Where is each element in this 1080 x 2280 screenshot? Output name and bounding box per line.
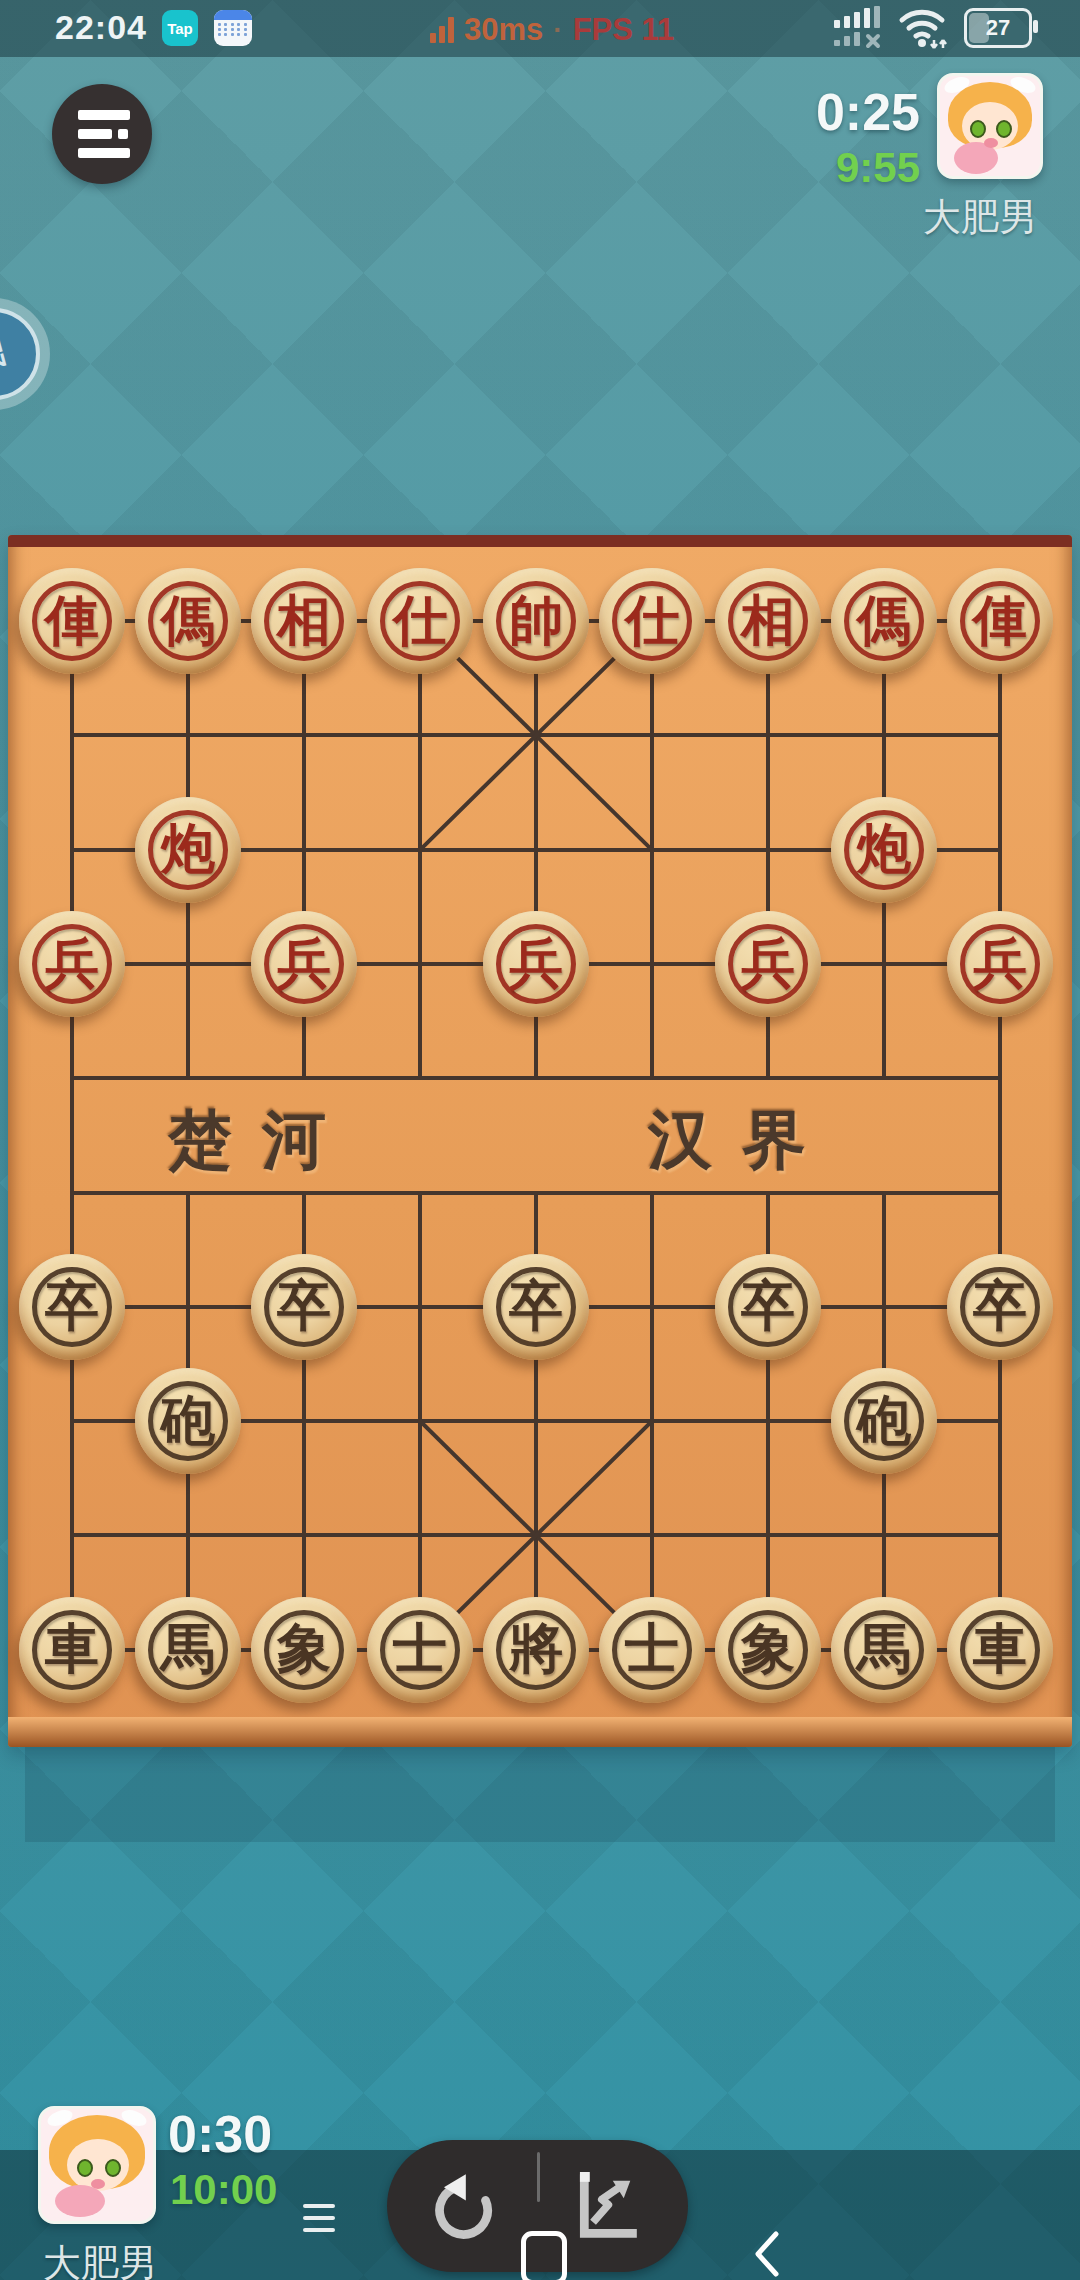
piece-character: 帥 bbox=[483, 568, 589, 674]
piece-red-仕[interactable]: 仕 bbox=[599, 568, 705, 674]
piece-character: 兵 bbox=[483, 911, 589, 1017]
piece-red-炮[interactable]: 炮 bbox=[135, 797, 241, 903]
piece-character: 仕 bbox=[599, 568, 705, 674]
piece-character: 卒 bbox=[947, 1254, 1053, 1360]
player-avatar[interactable] bbox=[38, 2106, 156, 2224]
piece-black-砲[interactable]: 砲 bbox=[135, 1368, 241, 1474]
nav-recents-button[interactable] bbox=[303, 2204, 335, 2240]
piece-black-卒[interactable]: 卒 bbox=[947, 1254, 1053, 1360]
opponent-bank-timer: 9:55 bbox=[700, 144, 920, 192]
ping-value: 30ms bbox=[464, 12, 543, 48]
piece-character: 俥 bbox=[947, 568, 1053, 674]
piece-character: 卒 bbox=[251, 1254, 357, 1360]
piece-character: 砲 bbox=[831, 1368, 937, 1474]
player-bank-timer: 10:00 bbox=[170, 2166, 277, 2214]
piece-character: 炮 bbox=[135, 797, 241, 903]
piece-character: 砲 bbox=[135, 1368, 241, 1474]
piece-red-炮[interactable]: 炮 bbox=[831, 797, 937, 903]
avatar-mouth bbox=[91, 2179, 105, 2189]
piece-red-相[interactable]: 相 bbox=[715, 568, 821, 674]
menu-icon-bottom bbox=[78, 148, 130, 158]
piece-character: 俥 bbox=[19, 568, 125, 674]
piece-black-將[interactable]: 將 bbox=[483, 1597, 589, 1703]
board-pieces[interactable]: 俥傌相仕帥仕相傌俥炮炮兵兵兵兵兵卒卒卒卒卒砲砲車馬象士將士象馬車 bbox=[14, 564, 1058, 1707]
keyboard-icon-top bbox=[214, 10, 252, 20]
piece-character: 馬 bbox=[135, 1597, 241, 1703]
piece-character: 炮 bbox=[831, 797, 937, 903]
piece-black-卒[interactable]: 卒 bbox=[251, 1254, 357, 1360]
nav-back-button[interactable] bbox=[752, 2230, 780, 2278]
undo-button[interactable] bbox=[433, 2172, 503, 2242]
piece-character: 相 bbox=[251, 568, 357, 674]
piece-black-象[interactable]: 象 bbox=[715, 1597, 821, 1703]
bubble-inner: 22 bbox=[0, 308, 40, 400]
piece-red-俥[interactable]: 俥 bbox=[947, 568, 1053, 674]
keyboard-app-icon bbox=[214, 10, 252, 46]
battery-icon: 27 bbox=[964, 8, 1032, 48]
recents-icon bbox=[303, 2204, 335, 2208]
piece-character: 傌 bbox=[831, 568, 937, 674]
piece-red-仕[interactable]: 仕 bbox=[367, 568, 473, 674]
piece-character: 兵 bbox=[251, 911, 357, 1017]
avatar-eye-left bbox=[77, 2159, 93, 2177]
battery-percent: 27 bbox=[986, 15, 1010, 41]
ping-bars-icon bbox=[430, 17, 454, 43]
piece-black-馬[interactable]: 馬 bbox=[135, 1597, 241, 1703]
piece-character: 兵 bbox=[19, 911, 125, 1017]
board-front-edge bbox=[8, 1717, 1072, 1747]
piece-character: 卒 bbox=[483, 1254, 589, 1360]
piece-character: 卒 bbox=[19, 1254, 125, 1360]
fps-value: FPS 11 bbox=[573, 12, 675, 48]
piece-red-俥[interactable]: 俥 bbox=[19, 568, 125, 674]
avatar-eye-left bbox=[970, 120, 986, 138]
pill-divider bbox=[537, 2152, 540, 2202]
move-list-button[interactable] bbox=[569, 2172, 639, 2242]
piece-character: 仕 bbox=[367, 568, 473, 674]
piece-character: 士 bbox=[367, 1597, 473, 1703]
piece-black-士[interactable]: 士 bbox=[599, 1597, 705, 1703]
piece-character: 車 bbox=[947, 1597, 1053, 1703]
game-screen: 22:04 Tap 30ms · FPS 11 bbox=[0, 0, 1080, 2280]
piece-red-兵[interactable]: 兵 bbox=[483, 911, 589, 1017]
piece-character: 車 bbox=[19, 1597, 125, 1703]
board-shadow bbox=[25, 1747, 1055, 1842]
piece-black-卒[interactable]: 卒 bbox=[715, 1254, 821, 1360]
opponent-name: 大肥男 bbox=[900, 192, 1060, 243]
wifi-icon bbox=[898, 6, 950, 50]
piece-black-馬[interactable]: 馬 bbox=[831, 1597, 937, 1703]
status-bar: 22:04 Tap 30ms · FPS 11 bbox=[0, 0, 1080, 57]
piece-character: 相 bbox=[715, 568, 821, 674]
piece-red-帥[interactable]: 帥 bbox=[483, 568, 589, 674]
xiangqi-board[interactable]: 楚河 汉界 俥傌相仕帥仕相傌俥炮炮兵兵兵兵兵卒卒卒卒卒砲砲車馬象士將士象馬車 bbox=[8, 535, 1072, 1747]
player-name: 大肥男 bbox=[20, 2238, 180, 2280]
piece-black-士[interactable]: 士 bbox=[367, 1597, 473, 1703]
menu-icon-dot bbox=[118, 129, 128, 139]
battery-nub bbox=[1033, 20, 1038, 33]
piece-character: 馬 bbox=[831, 1597, 937, 1703]
piece-character: 卒 bbox=[715, 1254, 821, 1360]
performance-indicator: 30ms · FPS 11 bbox=[430, 12, 674, 48]
avatar-eye-right bbox=[105, 2159, 121, 2177]
opponent-move-timer: 0:25 bbox=[700, 82, 920, 142]
piece-character: 象 bbox=[715, 1597, 821, 1703]
piece-black-車[interactable]: 車 bbox=[19, 1597, 125, 1703]
taptap-app-icon: Tap bbox=[162, 10, 198, 46]
menu-icon-mid bbox=[78, 129, 112, 139]
separator-dot: · bbox=[553, 14, 562, 46]
piece-red-兵[interactable]: 兵 bbox=[19, 911, 125, 1017]
clock: 22:04 bbox=[55, 8, 147, 47]
menu-icon bbox=[78, 110, 130, 120]
menu-button[interactable] bbox=[52, 84, 152, 184]
nav-home-button[interactable] bbox=[521, 2231, 567, 2280]
piece-character: 士 bbox=[599, 1597, 705, 1703]
player-move-timer: 0:30 bbox=[168, 2104, 272, 2164]
piece-character: 將 bbox=[483, 1597, 589, 1703]
piece-black-象[interactable]: 象 bbox=[251, 1597, 357, 1703]
bubble-label: 22 bbox=[0, 336, 13, 372]
opponent-avatar[interactable] bbox=[937, 73, 1043, 179]
status-icons: 27 bbox=[832, 6, 1032, 50]
piece-black-砲[interactable]: 砲 bbox=[831, 1368, 937, 1474]
piece-red-兵[interactable]: 兵 bbox=[251, 911, 357, 1017]
piece-black-車[interactable]: 車 bbox=[947, 1597, 1053, 1703]
piece-black-卒[interactable]: 卒 bbox=[483, 1254, 589, 1360]
piece-character: 兵 bbox=[715, 911, 821, 1017]
piece-red-相[interactable]: 相 bbox=[251, 568, 357, 674]
floating-assistant-bubble[interactable]: 22 bbox=[0, 298, 50, 410]
piece-red-傌[interactable]: 傌 bbox=[135, 568, 241, 674]
avatar-eye-right bbox=[996, 120, 1012, 138]
avatar-pig bbox=[55, 2185, 105, 2217]
cellular-signal-icon bbox=[832, 6, 884, 50]
avatar-mouth bbox=[984, 138, 998, 148]
piece-character: 傌 bbox=[135, 568, 241, 674]
piece-red-兵[interactable]: 兵 bbox=[715, 911, 821, 1017]
piece-black-卒[interactable]: 卒 bbox=[19, 1254, 125, 1360]
piece-red-兵[interactable]: 兵 bbox=[947, 911, 1053, 1017]
piece-character: 象 bbox=[251, 1597, 357, 1703]
piece-red-傌[interactable]: 傌 bbox=[831, 568, 937, 674]
piece-character: 兵 bbox=[947, 911, 1053, 1017]
keyboard-icon-keys bbox=[214, 20, 252, 39]
